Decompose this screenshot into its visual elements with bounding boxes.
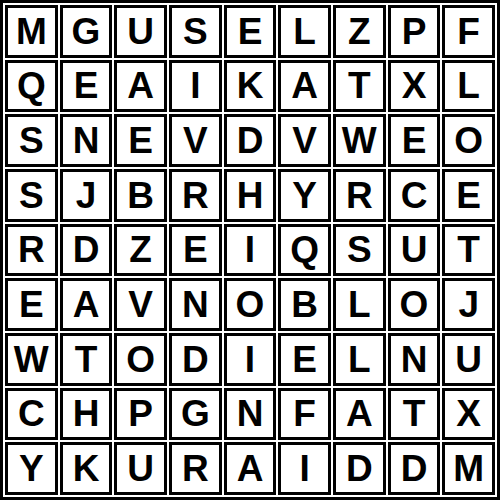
cell-letter: M — [16, 13, 47, 50]
cell-letter: K — [237, 67, 264, 104]
cell-letter: X — [402, 67, 427, 104]
cell-letter: B — [291, 286, 318, 323]
cell-letter: N — [401, 341, 428, 378]
cell-letter: A — [127, 67, 154, 104]
cell-letter: E — [456, 177, 481, 214]
cell-r1-c2[interactable]: G — [60, 5, 113, 58]
cell-r8-c9[interactable]: X — [442, 388, 495, 441]
cell-letter: S — [19, 122, 44, 159]
cell-letter: F — [293, 395, 316, 432]
cell-letter: U — [455, 341, 482, 378]
cell-r8-c4[interactable]: G — [169, 388, 222, 441]
cell-r5-c4[interactable]: E — [169, 224, 222, 277]
cell-letter: V — [183, 122, 208, 159]
cell-letter: H — [237, 177, 264, 214]
cell-letter: A — [73, 286, 100, 323]
cell-r5-c5[interactable]: I — [224, 224, 277, 277]
cell-letter: B — [127, 177, 154, 214]
cell-r4-c3[interactable]: B — [114, 169, 167, 222]
cell-r2-c7[interactable]: T — [333, 60, 386, 113]
cell-r6-c6[interactable]: B — [278, 278, 331, 331]
cell-r6-c4[interactable]: N — [169, 278, 222, 331]
cell-letter: L — [293, 13, 316, 50]
cell-letter: G — [181, 395, 210, 432]
cell-r5-c6[interactable]: Q — [278, 224, 331, 277]
cell-letter: Z — [129, 231, 152, 268]
cell-letter: W — [14, 341, 49, 378]
cell-r4-c8[interactable]: C — [388, 169, 441, 222]
cell-r5-c1[interactable]: R — [5, 224, 58, 277]
cell-r8-c2[interactable]: H — [60, 388, 113, 441]
cell-r8-c3[interactable]: P — [114, 388, 167, 441]
cell-r1-c3[interactable]: U — [114, 5, 167, 58]
cell-letter: K — [73, 450, 100, 487]
cell-r2-c6[interactable]: A — [278, 60, 331, 113]
word-search-page: MGUSELZPFQEAIKATXLSNEVDVWEOSJBRHYRCERDZE… — [0, 0, 500, 500]
cell-letter: R — [182, 450, 209, 487]
cell-r9-c2[interactable]: K — [60, 442, 113, 495]
cell-r6-c7[interactable]: L — [333, 278, 386, 331]
cell-r4-c9[interactable]: E — [442, 169, 495, 222]
word-search-board: MGUSELZPFQEAIKATXLSNEVDVWEOSJBRHYRCERDZE… — [0, 0, 500, 500]
cell-letter: D — [401, 450, 428, 487]
cell-letter: W — [342, 122, 377, 159]
cell-r7-c3[interactable]: O — [114, 333, 167, 386]
cell-letter: I — [245, 231, 255, 268]
cell-r7-c4[interactable]: D — [169, 333, 222, 386]
cell-letter: C — [401, 177, 428, 214]
cell-letter: M — [453, 450, 484, 487]
cell-letter: T — [348, 67, 371, 104]
cell-r7-c5[interactable]: I — [224, 333, 277, 386]
cell-letter: E — [183, 231, 208, 268]
cell-letter: I — [245, 341, 255, 378]
cell-r3-c1[interactable]: S — [5, 114, 58, 167]
cell-letter: J — [76, 177, 97, 214]
cell-letter: A — [291, 67, 318, 104]
cell-r5-c9[interactable]: T — [442, 224, 495, 277]
cell-r5-c8[interactable]: U — [388, 224, 441, 277]
cell-letter: D — [346, 450, 373, 487]
cell-letter: N — [73, 122, 100, 159]
cell-letter: L — [348, 286, 371, 323]
cell-r9-c1[interactable]: Y — [5, 442, 58, 495]
cell-letter: S — [19, 177, 44, 214]
cell-letter: D — [73, 231, 100, 268]
cell-letter: P — [128, 395, 153, 432]
cell-letter: X — [456, 395, 481, 432]
cell-letter: E — [292, 341, 317, 378]
cell-r4-c4[interactable]: R — [169, 169, 222, 222]
cell-r9-c3[interactable]: U — [114, 442, 167, 495]
cell-r9-c6[interactable]: I — [278, 442, 331, 495]
cell-letter: U — [127, 13, 154, 50]
cell-r7-c9[interactable]: U — [442, 333, 495, 386]
cell-letter: E — [402, 122, 427, 159]
cell-r9-c8[interactable]: D — [388, 442, 441, 495]
cell-letter: R — [346, 177, 373, 214]
cell-letter: C — [18, 395, 45, 432]
cell-letter: S — [347, 231, 372, 268]
cell-r6-c5[interactable]: O — [224, 278, 277, 331]
cell-letter: L — [348, 341, 371, 378]
cell-r3-c8[interactable]: E — [388, 114, 441, 167]
cell-letter: A — [237, 450, 264, 487]
cell-letter: N — [237, 395, 264, 432]
cell-letter: Y — [292, 177, 317, 214]
cell-r1-c8[interactable]: P — [388, 5, 441, 58]
cell-r2-c1[interactable]: Q — [5, 60, 58, 113]
cell-letter: Q — [17, 67, 46, 104]
cell-letter: T — [403, 395, 426, 432]
cell-r5-c7[interactable]: S — [333, 224, 386, 277]
cell-r2-c4[interactable]: I — [169, 60, 222, 113]
cell-r6-c9[interactable]: J — [442, 278, 495, 331]
cell-letter: O — [126, 341, 155, 378]
cell-letter: Z — [348, 13, 371, 50]
cell-letter: F — [457, 13, 480, 50]
cell-letter: J — [458, 286, 479, 323]
cell-letter: T — [75, 341, 98, 378]
cell-r4-c1[interactable]: S — [5, 169, 58, 222]
cell-r9-c4[interactable]: R — [169, 442, 222, 495]
cell-r2-c8[interactable]: X — [388, 60, 441, 113]
cell-letter: R — [18, 231, 45, 268]
cell-r8-c8[interactable]: T — [388, 388, 441, 441]
cell-r7-c7[interactable]: L — [333, 333, 386, 386]
cell-r2-c9[interactable]: L — [442, 60, 495, 113]
cell-r3-c7[interactable]: W — [333, 114, 386, 167]
cell-r3-c2[interactable]: N — [60, 114, 113, 167]
cell-letter: E — [74, 67, 99, 104]
cell-r3-c4[interactable]: V — [169, 114, 222, 167]
cell-r1-c1[interactable]: M — [5, 5, 58, 58]
cell-r1-c4[interactable]: S — [169, 5, 222, 58]
cell-r8-c5[interactable]: N — [224, 388, 277, 441]
cell-letter: E — [19, 286, 44, 323]
cell-r3-c6[interactable]: V — [278, 114, 331, 167]
cell-r8-c6[interactable]: F — [278, 388, 331, 441]
cell-letter: Q — [290, 231, 319, 268]
cell-letter: P — [402, 13, 427, 50]
cell-r2-c5[interactable]: K — [224, 60, 277, 113]
cell-r5-c2[interactable]: D — [60, 224, 113, 277]
cell-r1-c6[interactable]: L — [278, 5, 331, 58]
cell-r7-c8[interactable]: N — [388, 333, 441, 386]
cell-r1-c9[interactable]: F — [442, 5, 495, 58]
cell-r9-c7[interactable]: D — [333, 442, 386, 495]
cell-letter: N — [182, 286, 209, 323]
cell-letter: V — [292, 122, 317, 159]
cell-letter: Y — [19, 450, 44, 487]
cell-r6-c1[interactable]: E — [5, 278, 58, 331]
cell-r6-c2[interactable]: A — [60, 278, 113, 331]
cell-r3-c5[interactable]: D — [224, 114, 277, 167]
cell-letter: D — [237, 122, 264, 159]
cell-r3-c3[interactable]: E — [114, 114, 167, 167]
cell-r4-c2[interactable]: J — [60, 169, 113, 222]
cell-r4-c6[interactable]: Y — [278, 169, 331, 222]
cell-letter: O — [400, 286, 429, 323]
cell-r4-c5[interactable]: H — [224, 169, 277, 222]
cell-r7-c1[interactable]: W — [5, 333, 58, 386]
cell-letter: T — [457, 231, 480, 268]
cell-letter: D — [182, 341, 209, 378]
cell-letter: H — [73, 395, 100, 432]
cell-r2-c3[interactable]: A — [114, 60, 167, 113]
cell-letter: G — [72, 13, 101, 50]
cell-r7-c2[interactable]: T — [60, 333, 113, 386]
cell-letter: U — [127, 450, 154, 487]
cell-letter: E — [238, 13, 263, 50]
cell-letter: I — [190, 67, 200, 104]
cell-letter: O — [236, 286, 265, 323]
cell-letter: A — [346, 395, 373, 432]
cell-letter: I — [300, 450, 310, 487]
cell-r4-c7[interactable]: R — [333, 169, 386, 222]
cell-letter: E — [128, 122, 153, 159]
cell-r7-c6[interactable]: E — [278, 333, 331, 386]
cell-r2-c2[interactable]: E — [60, 60, 113, 113]
cell-letter: U — [401, 231, 428, 268]
cell-r1-c7[interactable]: Z — [333, 5, 386, 58]
cell-r9-c9[interactable]: M — [442, 442, 495, 495]
cell-letter: L — [457, 67, 480, 104]
cell-r1-c5[interactable]: E — [224, 5, 277, 58]
cell-r5-c3[interactable]: Z — [114, 224, 167, 277]
cell-letter: V — [128, 286, 153, 323]
cell-r8-c1[interactable]: C — [5, 388, 58, 441]
cell-letter: O — [454, 122, 483, 159]
cell-r3-c9[interactable]: O — [442, 114, 495, 167]
cell-r6-c8[interactable]: O — [388, 278, 441, 331]
cell-r9-c5[interactable]: A — [224, 442, 277, 495]
cell-r6-c3[interactable]: V — [114, 278, 167, 331]
cell-letter: S — [183, 13, 208, 50]
cell-r8-c7[interactable]: A — [333, 388, 386, 441]
cell-letter: R — [182, 177, 209, 214]
